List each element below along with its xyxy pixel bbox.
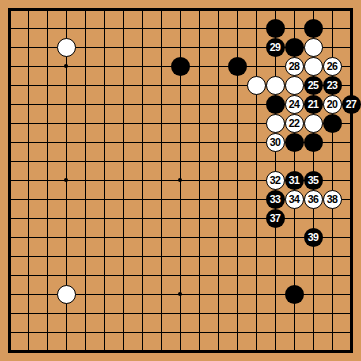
stone-white-P12-move-30: 30 xyxy=(266,133,285,152)
stone-black-R18 xyxy=(304,19,323,38)
stone-black-R15-move-25: 25 xyxy=(304,76,323,95)
stone-white-Q14-move-24: 24 xyxy=(285,95,304,114)
stone-black-S15-move-23: 23 xyxy=(323,76,342,95)
stone-white-S9-move-38: 38 xyxy=(323,190,342,209)
stone-black-R10-move-35: 35 xyxy=(304,171,323,190)
stone-white-R9-move-36: 36 xyxy=(304,190,323,209)
stone-white-R17 xyxy=(304,38,323,57)
stone-black-K16 xyxy=(171,57,190,76)
stone-black-P8-move-37: 37 xyxy=(266,209,285,228)
stone-white-O15 xyxy=(247,76,266,95)
go-board: 2928262523242120272230323135333436383739 xyxy=(0,0,361,361)
stone-white-R16 xyxy=(304,57,323,76)
stone-white-Q15 xyxy=(285,76,304,95)
stone-black-Q4 xyxy=(285,285,304,304)
stone-black-R7-move-39: 39 xyxy=(304,228,323,247)
stone-white-D17 xyxy=(57,38,76,57)
stone-black-R12 xyxy=(304,133,323,152)
stone-black-Q12 xyxy=(285,133,304,152)
stone-black-T14-move-27: 27 xyxy=(342,95,361,114)
go-diagram-screenshot: 2928262523242120272230323135333436383739 xyxy=(0,0,361,361)
stone-black-R14-move-21: 21 xyxy=(304,95,323,114)
stone-white-Q16-move-28: 28 xyxy=(285,57,304,76)
stones-layer: 2928262523242120272230323135333436383739 xyxy=(0,0,361,361)
stone-white-P13 xyxy=(266,114,285,133)
stone-white-S16-move-26: 26 xyxy=(323,57,342,76)
stone-black-Q17 xyxy=(285,38,304,57)
stone-white-P15 xyxy=(266,76,285,95)
stone-white-S14-move-20: 20 xyxy=(323,95,342,114)
stone-black-S13 xyxy=(323,114,342,133)
stone-white-Q13-move-22: 22 xyxy=(285,114,304,133)
stone-black-N16 xyxy=(228,57,247,76)
stone-black-Q10-move-31: 31 xyxy=(285,171,304,190)
stone-black-P9-move-33: 33 xyxy=(266,190,285,209)
stone-black-P17-move-29: 29 xyxy=(266,38,285,57)
stone-white-Q9-move-34: 34 xyxy=(285,190,304,209)
stone-black-P14 xyxy=(266,95,285,114)
stone-black-P18 xyxy=(266,19,285,38)
stone-white-P10-move-32: 32 xyxy=(266,171,285,190)
stone-white-R13 xyxy=(304,114,323,133)
stone-white-D4 xyxy=(57,285,76,304)
